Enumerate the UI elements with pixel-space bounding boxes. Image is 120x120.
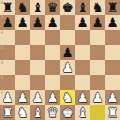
- rank-label-6: 6: [1, 30, 4, 35]
- piece-white-rook[interactable]: ♜: [0, 105, 15, 120]
- square-e4[interactable]: ♟: [60, 60, 75, 75]
- square-a6[interactable]: 6: [0, 30, 15, 45]
- piece-black-rook[interactable]: ♜: [105, 0, 120, 15]
- square-g6[interactable]: [90, 30, 105, 45]
- square-g5[interactable]: [90, 45, 105, 60]
- square-c7[interactable]: ♟: [30, 15, 45, 30]
- piece-black-pawn[interactable]: ♟: [0, 15, 15, 30]
- square-d2[interactable]: ♟: [45, 90, 60, 105]
- square-a5[interactable]: 5: [0, 45, 15, 60]
- piece-black-pawn[interactable]: ♟: [75, 15, 90, 30]
- piece-white-bishop[interactable]: ♝: [75, 105, 90, 120]
- square-a7[interactable]: 7♟: [0, 15, 15, 30]
- square-h5[interactable]: [105, 45, 120, 60]
- square-h2[interactable]: ♟: [105, 90, 120, 105]
- square-f6[interactable]: [75, 30, 90, 45]
- square-c5[interactable]: [30, 45, 45, 60]
- piece-white-pawn[interactable]: ♟: [15, 90, 30, 105]
- square-h7[interactable]: ♟: [105, 15, 120, 30]
- square-d1[interactable]: ♛: [45, 105, 60, 120]
- piece-white-queen[interactable]: ♛: [45, 105, 60, 120]
- square-b7[interactable]: ♟: [15, 15, 30, 30]
- square-b6[interactable]: [15, 30, 30, 45]
- square-c6[interactable]: [30, 30, 45, 45]
- piece-black-bishop[interactable]: ♝: [30, 0, 45, 15]
- square-h6[interactable]: [105, 30, 120, 45]
- piece-black-knight[interactable]: ♞: [15, 0, 30, 15]
- square-f7[interactable]: ♟: [75, 15, 90, 30]
- square-f3[interactable]: [75, 75, 90, 90]
- square-e8[interactable]: ♚: [60, 0, 75, 15]
- piece-white-pawn[interactable]: ♟: [105, 90, 120, 105]
- square-f1[interactable]: ♝: [75, 105, 90, 120]
- rank-label-3: 3: [1, 75, 4, 80]
- piece-black-knight[interactable]: ♞: [90, 0, 105, 15]
- square-a2[interactable]: 2♟: [0, 90, 15, 105]
- square-b8[interactable]: ♞: [15, 0, 30, 15]
- piece-black-queen[interactable]: ♛: [45, 0, 60, 15]
- piece-white-pawn[interactable]: ♟: [60, 60, 75, 75]
- square-d6[interactable]: [45, 30, 60, 45]
- square-c3[interactable]: [30, 75, 45, 90]
- square-g4[interactable]: [90, 60, 105, 75]
- square-e2[interactable]: ♞: [60, 90, 75, 105]
- piece-black-pawn[interactable]: ♟: [90, 15, 105, 30]
- piece-white-pawn[interactable]: ♟: [45, 90, 60, 105]
- square-h8[interactable]: ♜: [105, 0, 120, 15]
- square-c2[interactable]: ♟: [30, 90, 45, 105]
- square-g1[interactable]: [90, 105, 105, 120]
- square-f4[interactable]: [75, 60, 90, 75]
- square-d5[interactable]: [45, 45, 60, 60]
- piece-white-knight[interactable]: ♞: [15, 105, 30, 120]
- piece-white-king[interactable]: ♚: [60, 105, 75, 120]
- square-g3[interactable]: [90, 75, 105, 90]
- piece-white-pawn[interactable]: ♟: [75, 90, 90, 105]
- square-g7[interactable]: ♟: [90, 15, 105, 30]
- square-a1[interactable]: 1♜: [0, 105, 15, 120]
- square-c8[interactable]: ♝: [30, 0, 45, 15]
- square-f5[interactable]: [75, 45, 90, 60]
- square-d4[interactable]: [45, 60, 60, 75]
- rank-label-4: 4: [1, 60, 4, 65]
- square-b5[interactable]: [15, 45, 30, 60]
- piece-white-pawn[interactable]: ♟: [30, 90, 45, 105]
- square-d7[interactable]: ♟: [45, 15, 60, 30]
- square-d8[interactable]: ♛: [45, 0, 60, 15]
- piece-black-pawn[interactable]: ♟: [45, 15, 60, 30]
- piece-black-bishop[interactable]: ♝: [75, 0, 90, 15]
- square-d3[interactable]: [45, 75, 60, 90]
- square-a8[interactable]: 8♜: [0, 0, 15, 15]
- square-a4[interactable]: 4: [0, 60, 15, 75]
- square-h3[interactable]: [105, 75, 120, 90]
- square-a3[interactable]: 3: [0, 75, 15, 90]
- square-e5[interactable]: ♟: [60, 45, 75, 60]
- piece-black-pawn[interactable]: ♟: [60, 45, 75, 60]
- piece-black-rook[interactable]: ♜: [0, 0, 15, 15]
- square-b2[interactable]: ♟: [15, 90, 30, 105]
- piece-black-pawn[interactable]: ♟: [30, 15, 45, 30]
- piece-white-knight[interactable]: ♞: [60, 90, 75, 105]
- square-g2[interactable]: ♟: [90, 90, 105, 105]
- square-e1[interactable]: ♚: [60, 105, 75, 120]
- rank-label-5: 5: [1, 45, 4, 50]
- square-b3[interactable]: [15, 75, 30, 90]
- square-f2[interactable]: ♟: [75, 90, 90, 105]
- square-b4[interactable]: [15, 60, 30, 75]
- square-g8[interactable]: ♞: [90, 0, 105, 15]
- square-h1[interactable]: ♜: [105, 105, 120, 120]
- square-e3[interactable]: [60, 75, 75, 90]
- piece-white-bishop[interactable]: ♝: [30, 105, 45, 120]
- square-b1[interactable]: ♞: [15, 105, 30, 120]
- square-f8[interactable]: ♝: [75, 0, 90, 15]
- square-c4[interactable]: [30, 60, 45, 75]
- square-e6[interactable]: [60, 30, 75, 45]
- square-e7[interactable]: [60, 15, 75, 30]
- piece-white-pawn[interactable]: ♟: [90, 90, 105, 105]
- piece-white-rook[interactable]: ♜: [105, 105, 120, 120]
- square-c1[interactable]: ♝: [30, 105, 45, 120]
- piece-black-king[interactable]: ♚: [60, 0, 75, 15]
- square-h4[interactable]: [105, 60, 120, 75]
- piece-black-pawn[interactable]: ♟: [15, 15, 30, 30]
- chess-board: 8♜♞♝♛♚♝♞♜7♟♟♟♟♟♟♟65♟4♟32♟♟♟♟♞♟♟♟1♜♞♝♛♚♝♜: [0, 0, 120, 120]
- piece-black-pawn[interactable]: ♟: [105, 15, 120, 30]
- piece-white-pawn[interactable]: ♟: [0, 90, 15, 105]
